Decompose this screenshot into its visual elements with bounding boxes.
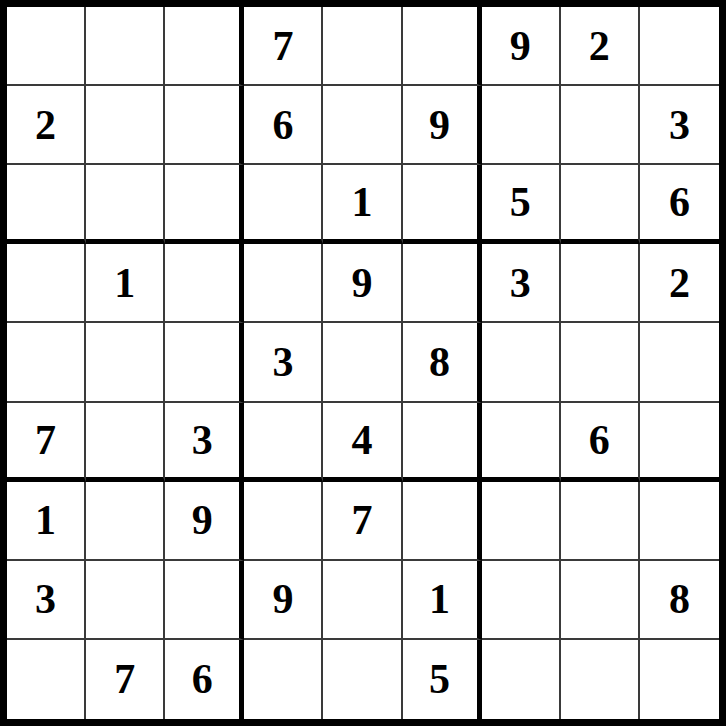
cell-r9c6[interactable]: 5	[403, 640, 482, 719]
cell-r2c6[interactable]: 9	[403, 86, 482, 165]
cell-r5c8[interactable]	[561, 323, 640, 402]
cell-r4c8[interactable]	[561, 244, 640, 323]
cell-r5c6[interactable]: 8	[403, 323, 482, 402]
cell-r7c5[interactable]: 7	[323, 482, 402, 561]
cell-r7c6[interactable]	[403, 482, 482, 561]
cell-r4c3[interactable]	[165, 244, 244, 323]
cell-r6c4[interactable]	[244, 403, 323, 482]
cell-r3c8[interactable]	[561, 165, 640, 244]
cell-r9c2[interactable]: 7	[86, 640, 165, 719]
cell-r3c3[interactable]	[165, 165, 244, 244]
cell-r6c2[interactable]	[86, 403, 165, 482]
cell-r5c1[interactable]	[7, 323, 86, 402]
cell-r4c7[interactable]: 3	[482, 244, 561, 323]
cell-r9c9[interactable]	[640, 640, 719, 719]
cell-r8c1[interactable]: 3	[7, 561, 86, 640]
cell-r6c7[interactable]	[482, 403, 561, 482]
cell-r5c3[interactable]	[165, 323, 244, 402]
cell-r4c6[interactable]	[403, 244, 482, 323]
cell-r8c7[interactable]	[482, 561, 561, 640]
cell-r8c3[interactable]	[165, 561, 244, 640]
cell-r2c5[interactable]	[323, 86, 402, 165]
cell-r6c3[interactable]: 3	[165, 403, 244, 482]
cell-r5c9[interactable]	[640, 323, 719, 402]
cell-r8c2[interactable]	[86, 561, 165, 640]
cell-r3c4[interactable]	[244, 165, 323, 244]
cell-r9c5[interactable]	[323, 640, 402, 719]
cell-r2c7[interactable]	[482, 86, 561, 165]
sudoku-board: 792269315619323873461973918765	[0, 0, 726, 726]
cell-r4c1[interactable]	[7, 244, 86, 323]
cell-r2c4[interactable]: 6	[244, 86, 323, 165]
cell-r9c7[interactable]	[482, 640, 561, 719]
cell-r7c9[interactable]	[640, 482, 719, 561]
cell-r6c6[interactable]	[403, 403, 482, 482]
cell-r5c7[interactable]	[482, 323, 561, 402]
cell-r2c9[interactable]: 3	[640, 86, 719, 165]
cell-r3c5[interactable]: 1	[323, 165, 402, 244]
cell-r3c1[interactable]	[7, 165, 86, 244]
cell-r8c5[interactable]	[323, 561, 402, 640]
cell-r8c6[interactable]: 1	[403, 561, 482, 640]
cell-r3c7[interactable]: 5	[482, 165, 561, 244]
cell-r7c8[interactable]	[561, 482, 640, 561]
cell-r1c2[interactable]	[86, 7, 165, 86]
cell-r6c9[interactable]	[640, 403, 719, 482]
cell-r4c2[interactable]: 1	[86, 244, 165, 323]
cell-r1c7[interactable]: 9	[482, 7, 561, 86]
cell-r2c3[interactable]	[165, 86, 244, 165]
cell-r7c1[interactable]: 1	[7, 482, 86, 561]
cell-r6c5[interactable]: 4	[323, 403, 402, 482]
cell-r1c4[interactable]: 7	[244, 7, 323, 86]
cell-r9c3[interactable]: 6	[165, 640, 244, 719]
cell-r6c1[interactable]: 7	[7, 403, 86, 482]
cell-r9c8[interactable]	[561, 640, 640, 719]
cell-r7c2[interactable]	[86, 482, 165, 561]
cell-r9c1[interactable]	[7, 640, 86, 719]
cell-r1c3[interactable]	[165, 7, 244, 86]
cell-r8c9[interactable]: 8	[640, 561, 719, 640]
cell-r1c6[interactable]	[403, 7, 482, 86]
cell-r2c8[interactable]	[561, 86, 640, 165]
cell-r7c7[interactable]	[482, 482, 561, 561]
cell-r9c4[interactable]	[244, 640, 323, 719]
cell-r5c5[interactable]	[323, 323, 402, 402]
cell-r5c4[interactable]: 3	[244, 323, 323, 402]
cell-r6c8[interactable]: 6	[561, 403, 640, 482]
cell-r1c9[interactable]	[640, 7, 719, 86]
cell-r1c1[interactable]	[7, 7, 86, 86]
cell-r7c4[interactable]	[244, 482, 323, 561]
cell-r4c5[interactable]: 9	[323, 244, 402, 323]
cell-r3c2[interactable]	[86, 165, 165, 244]
cell-r4c4[interactable]	[244, 244, 323, 323]
cell-r2c2[interactable]	[86, 86, 165, 165]
cell-r4c9[interactable]: 2	[640, 244, 719, 323]
cell-r3c9[interactable]: 6	[640, 165, 719, 244]
cell-r2c1[interactable]: 2	[7, 86, 86, 165]
cell-r1c8[interactable]: 2	[561, 7, 640, 86]
cell-r3c6[interactable]	[403, 165, 482, 244]
cell-r8c4[interactable]: 9	[244, 561, 323, 640]
cell-r7c3[interactable]: 9	[165, 482, 244, 561]
cell-r5c2[interactable]	[86, 323, 165, 402]
cell-r1c5[interactable]	[323, 7, 402, 86]
cell-r8c8[interactable]	[561, 561, 640, 640]
